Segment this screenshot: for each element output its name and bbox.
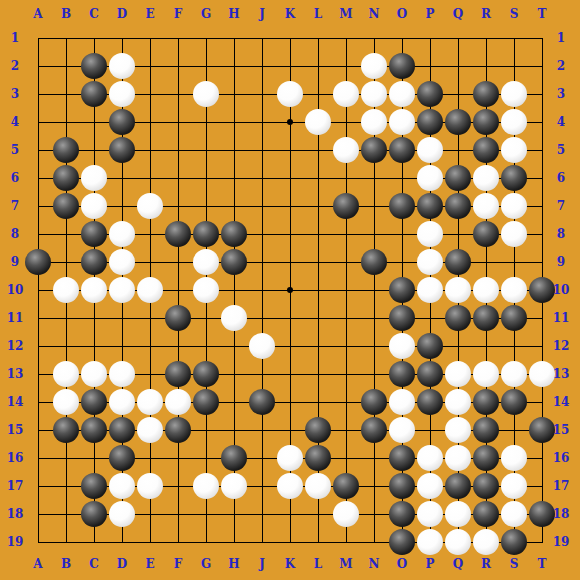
stone-black[interactable] [81, 417, 107, 443]
stone-white[interactable] [501, 137, 527, 163]
stone-black[interactable] [81, 53, 107, 79]
stone-white[interactable] [109, 221, 135, 247]
stone-black[interactable] [473, 389, 499, 415]
col-label-bottom: B [61, 558, 71, 570]
stone-white[interactable] [333, 137, 359, 163]
stone-black[interactable] [473, 417, 499, 443]
stone-white[interactable] [501, 501, 527, 527]
col-label-top: Q [453, 8, 463, 20]
col-label-top: K [285, 8, 295, 20]
stone-black[interactable] [445, 473, 471, 499]
stone-white[interactable] [445, 277, 471, 303]
stone-white[interactable] [473, 165, 499, 191]
stone-black[interactable] [389, 277, 415, 303]
row-label-left: 12 [7, 340, 24, 352]
stone-white[interactable] [473, 277, 499, 303]
stone-white[interactable] [417, 529, 443, 555]
stone-white[interactable] [109, 53, 135, 79]
stone-black[interactable] [193, 389, 219, 415]
col-label-top: N [369, 8, 380, 20]
col-label-bottom: R [481, 558, 491, 570]
stone-white[interactable] [445, 361, 471, 387]
stone-white[interactable] [221, 473, 247, 499]
stone-black[interactable] [445, 249, 471, 275]
stone-white[interactable] [417, 501, 443, 527]
col-label-top: T [538, 8, 547, 20]
stone-black[interactable] [389, 193, 415, 219]
stone-white[interactable] [193, 249, 219, 275]
stone-white[interactable] [81, 193, 107, 219]
stone-black[interactable] [249, 389, 275, 415]
stone-black[interactable] [417, 81, 443, 107]
stone-black[interactable] [473, 81, 499, 107]
star-point [287, 119, 293, 125]
stone-black[interactable] [221, 445, 247, 471]
stone-white[interactable] [361, 109, 387, 135]
stone-black[interactable] [417, 333, 443, 359]
row-label-left: 4 [11, 116, 19, 128]
stone-white[interactable] [109, 81, 135, 107]
col-label-bottom: E [145, 558, 154, 570]
stone-white[interactable] [109, 501, 135, 527]
row-label-left: 14 [7, 396, 24, 408]
stone-white[interactable] [109, 389, 135, 415]
stone-white[interactable] [81, 361, 107, 387]
col-label-bottom: C [89, 558, 99, 570]
stone-white[interactable] [501, 81, 527, 107]
stone-black[interactable] [501, 389, 527, 415]
stone-black[interactable] [361, 137, 387, 163]
col-label-bottom: G [201, 558, 211, 570]
row-label-right: 9 [557, 256, 565, 268]
stone-black[interactable] [473, 137, 499, 163]
stone-black[interactable] [305, 445, 331, 471]
row-label-right: 13 [553, 368, 570, 380]
row-label-left: 16 [7, 452, 24, 464]
row-label-right: 11 [553, 312, 570, 324]
row-label-right: 7 [557, 200, 565, 212]
stone-black[interactable] [417, 389, 443, 415]
stone-white[interactable] [137, 193, 163, 219]
col-label-bottom: A [33, 558, 42, 570]
stone-black[interactable] [165, 417, 191, 443]
row-label-left: 1 [11, 32, 19, 44]
stone-white[interactable] [109, 277, 135, 303]
row-label-right: 4 [557, 116, 565, 128]
row-label-right: 17 [553, 480, 570, 492]
col-label-bottom: M [339, 558, 352, 570]
col-label-top: L [314, 8, 322, 20]
col-label-top: M [339, 8, 352, 20]
stone-white[interactable] [305, 109, 331, 135]
row-label-right: 18 [553, 508, 570, 520]
stone-white[interactable] [361, 53, 387, 79]
stone-black[interactable] [81, 221, 107, 247]
stone-white[interactable] [445, 501, 471, 527]
stone-black[interactable] [389, 137, 415, 163]
stone-black[interactable] [25, 249, 51, 275]
col-label-top: H [228, 8, 239, 20]
col-label-top: P [425, 8, 434, 20]
row-label-left: 18 [7, 508, 24, 520]
stone-white[interactable] [81, 165, 107, 191]
stone-black[interactable] [389, 305, 415, 331]
stone-black[interactable] [53, 417, 79, 443]
row-label-left: 13 [7, 368, 24, 380]
stone-white[interactable] [501, 473, 527, 499]
stone-white[interactable] [53, 389, 79, 415]
col-label-top: B [61, 8, 71, 20]
col-label-bottom: F [174, 558, 183, 570]
stone-white[interactable] [417, 137, 443, 163]
row-label-left: 9 [11, 256, 19, 268]
stone-black[interactable] [389, 445, 415, 471]
stone-white[interactable] [361, 81, 387, 107]
stone-white[interactable] [109, 361, 135, 387]
stone-black[interactable] [333, 193, 359, 219]
stone-black[interactable] [109, 137, 135, 163]
stone-black[interactable] [193, 361, 219, 387]
stone-black[interactable] [389, 361, 415, 387]
stone-black[interactable] [529, 417, 555, 443]
stone-black[interactable] [473, 473, 499, 499]
stone-white[interactable] [417, 165, 443, 191]
stone-black[interactable] [473, 221, 499, 247]
stone-black[interactable] [53, 193, 79, 219]
stone-white[interactable] [221, 305, 247, 331]
stone-white[interactable] [389, 333, 415, 359]
stone-white[interactable] [445, 529, 471, 555]
row-label-left: 5 [11, 144, 19, 156]
stone-black[interactable] [333, 473, 359, 499]
col-label-bottom: J [259, 558, 265, 570]
stone-white[interactable] [501, 361, 527, 387]
grid-line [346, 38, 347, 543]
col-label-top: C [89, 8, 99, 20]
stone-black[interactable] [165, 361, 191, 387]
stone-white[interactable] [445, 389, 471, 415]
stone-white[interactable] [333, 501, 359, 527]
col-label-top: D [117, 8, 127, 20]
stone-black[interactable] [165, 221, 191, 247]
stone-white[interactable] [501, 193, 527, 219]
stone-white[interactable] [109, 249, 135, 275]
stone-black[interactable] [389, 53, 415, 79]
stone-white[interactable] [473, 193, 499, 219]
stone-white[interactable] [137, 473, 163, 499]
row-label-right: 19 [553, 536, 570, 548]
stone-white[interactable] [417, 277, 443, 303]
col-label-bottom: P [425, 558, 434, 570]
stone-black[interactable] [109, 417, 135, 443]
star-point [287, 287, 293, 293]
stone-white[interactable] [193, 277, 219, 303]
stone-white[interactable] [389, 81, 415, 107]
stone-white[interactable] [277, 445, 303, 471]
col-label-top: E [145, 8, 154, 20]
stone-white[interactable] [81, 277, 107, 303]
grid-line [38, 346, 543, 347]
go-board: AABBCCDDEEFFGGHHJJKKLLMMNNOOPPQQRRSSTT11… [0, 0, 580, 580]
row-label-left: 8 [11, 228, 19, 240]
row-label-right: 16 [553, 452, 570, 464]
stone-black[interactable] [305, 417, 331, 443]
stone-black[interactable] [389, 473, 415, 499]
row-label-left: 3 [11, 88, 19, 100]
row-label-left: 7 [11, 200, 19, 212]
row-label-left: 2 [11, 60, 19, 72]
stone-white[interactable] [501, 277, 527, 303]
stone-white[interactable] [333, 81, 359, 107]
stone-white[interactable] [53, 277, 79, 303]
stone-white[interactable] [501, 445, 527, 471]
stone-white[interactable] [501, 109, 527, 135]
stone-black[interactable] [165, 305, 191, 331]
go-game-screen: AABBCCDDEEFFGGHHJJKKLLMMNNOOPPQQRRSSTT11… [0, 0, 580, 580]
col-label-bottom: Q [453, 558, 463, 570]
row-label-right: 6 [557, 172, 565, 184]
row-label-right: 10 [553, 284, 570, 296]
stone-black[interactable] [473, 305, 499, 331]
row-label-left: 19 [7, 536, 24, 548]
col-label-bottom: H [228, 558, 239, 570]
stone-black[interactable] [221, 249, 247, 275]
stone-white[interactable] [305, 473, 331, 499]
col-label-bottom: S [510, 558, 519, 570]
stone-white[interactable] [389, 389, 415, 415]
stone-white[interactable] [165, 389, 191, 415]
stone-white[interactable] [445, 445, 471, 471]
stone-black[interactable] [445, 193, 471, 219]
col-label-bottom: O [397, 558, 407, 570]
stone-black[interactable] [501, 305, 527, 331]
stone-black[interactable] [361, 417, 387, 443]
stone-black[interactable] [81, 81, 107, 107]
stone-black[interactable] [529, 501, 555, 527]
stone-white[interactable] [417, 249, 443, 275]
col-label-top: F [174, 8, 183, 20]
stone-black[interactable] [473, 109, 499, 135]
col-label-top: O [397, 8, 407, 20]
stone-white[interactable] [249, 333, 275, 359]
stone-white[interactable] [417, 221, 443, 247]
stone-black[interactable] [417, 361, 443, 387]
stone-black[interactable] [361, 249, 387, 275]
stone-black[interactable] [81, 473, 107, 499]
stone-black[interactable] [445, 109, 471, 135]
stone-black[interactable] [53, 137, 79, 163]
stone-black[interactable] [81, 249, 107, 275]
stone-black[interactable] [389, 501, 415, 527]
stone-black[interactable] [389, 529, 415, 555]
col-label-top: A [33, 8, 42, 20]
row-label-right: 15 [553, 424, 570, 436]
col-label-top: G [201, 8, 211, 20]
stone-black[interactable] [417, 109, 443, 135]
row-label-right: 3 [557, 88, 565, 100]
row-label-right: 5 [557, 144, 565, 156]
row-label-right: 8 [557, 228, 565, 240]
row-label-right: 1 [557, 32, 565, 44]
stone-white[interactable] [529, 361, 555, 387]
stone-black[interactable] [109, 445, 135, 471]
row-label-left: 11 [7, 312, 24, 324]
stone-white[interactable] [445, 417, 471, 443]
stone-white[interactable] [137, 277, 163, 303]
col-label-top: R [481, 8, 491, 20]
stone-white[interactable] [473, 529, 499, 555]
stone-white[interactable] [53, 361, 79, 387]
stone-black[interactable] [81, 501, 107, 527]
stone-black[interactable] [529, 277, 555, 303]
stone-white[interactable] [277, 473, 303, 499]
stone-black[interactable] [473, 445, 499, 471]
row-label-left: 6 [11, 172, 19, 184]
stone-black[interactable] [445, 165, 471, 191]
row-label-right: 14 [553, 396, 570, 408]
stone-black[interactable] [81, 389, 107, 415]
col-label-bottom: K [285, 558, 295, 570]
stone-black[interactable] [361, 389, 387, 415]
stone-black[interactable] [501, 529, 527, 555]
stone-white[interactable] [193, 473, 219, 499]
stone-white[interactable] [109, 473, 135, 499]
col-label-top: J [259, 8, 265, 20]
row-label-right: 2 [557, 60, 565, 72]
stone-white[interactable] [473, 361, 499, 387]
row-label-left: 17 [7, 480, 24, 492]
stone-black[interactable] [53, 165, 79, 191]
stone-white[interactable] [137, 417, 163, 443]
col-label-top: S [510, 8, 519, 20]
stone-white[interactable] [277, 81, 303, 107]
stone-black[interactable] [193, 221, 219, 247]
stone-black[interactable] [109, 109, 135, 135]
stone-white[interactable] [137, 389, 163, 415]
row-label-right: 12 [553, 340, 570, 352]
stone-white[interactable] [389, 417, 415, 443]
stone-white[interactable] [193, 81, 219, 107]
stone-white[interactable] [417, 445, 443, 471]
row-label-left: 15 [7, 424, 24, 436]
stone-black[interactable] [501, 165, 527, 191]
col-label-bottom: D [117, 558, 127, 570]
stone-white[interactable] [389, 109, 415, 135]
stone-black[interactable] [221, 221, 247, 247]
stone-black[interactable] [417, 193, 443, 219]
row-label-left: 10 [7, 284, 24, 296]
col-label-bottom: N [369, 558, 380, 570]
col-label-bottom: L [314, 558, 322, 570]
col-label-bottom: T [538, 558, 547, 570]
stone-white[interactable] [501, 221, 527, 247]
stone-black[interactable] [473, 501, 499, 527]
stone-white[interactable] [417, 473, 443, 499]
stone-black[interactable] [445, 305, 471, 331]
